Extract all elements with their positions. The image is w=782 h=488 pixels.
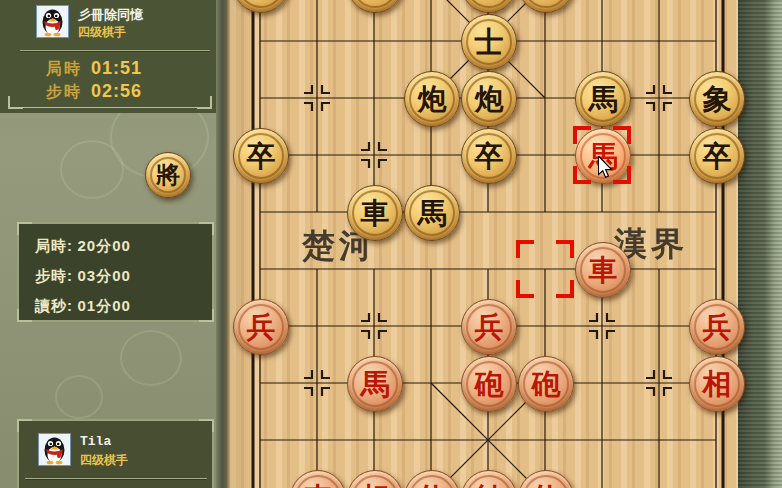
game-time-label: 局時 xyxy=(46,60,82,77)
xiangqi-board[interactable]: 楚河 漢界 車象將士士炮炮馬象卒卒卒車馬馬車兵兵兵馬砲砲相車相仕帥仕 xyxy=(230,0,782,488)
piece-black-卒[interactable]: 卒 xyxy=(689,128,745,184)
piece-red-砲[interactable]: 砲 xyxy=(518,356,574,412)
bottom-player-avatar xyxy=(38,433,71,466)
piece-black-車[interactable]: 車 xyxy=(347,185,403,241)
top-player-panel: 彡冊除同憶 四级棋手 局時01:51 步時02:56 xyxy=(0,0,218,113)
top-player-step-timer: 步時02:56 xyxy=(46,81,142,103)
piece-black-卒[interactable]: 卒 xyxy=(233,128,289,184)
piece-red-車[interactable]: 車 xyxy=(575,242,631,298)
divider xyxy=(20,50,210,51)
piece-black-馬[interactable]: 馬 xyxy=(404,185,460,241)
bottom-player-name: Tila xyxy=(80,434,111,449)
piece-black-象[interactable]: 象 xyxy=(689,71,745,127)
piece-black-馬[interactable]: 馬 xyxy=(575,71,631,127)
piece-red-相[interactable]: 相 xyxy=(689,356,745,412)
rule-value: 03分00 xyxy=(77,267,130,284)
panel-edge xyxy=(8,107,210,108)
piece-red-兵[interactable]: 兵 xyxy=(461,299,517,355)
rule-value: 01分00 xyxy=(77,297,130,314)
bottom-player-rank: 四级棋手 xyxy=(80,452,128,469)
top-player-rank: 四级棋手 xyxy=(78,24,126,41)
rule-step-time: 步時: 03分00 xyxy=(35,264,212,288)
qq-penguin-icon xyxy=(39,434,70,465)
game-time-value: 01:51 xyxy=(91,58,142,78)
step-time-value: 02:56 xyxy=(91,81,142,101)
top-player-avatar xyxy=(36,5,69,38)
divider xyxy=(25,478,207,479)
sidebar-board-seam xyxy=(216,0,230,488)
piece-red-砲[interactable]: 砲 xyxy=(461,356,517,412)
corner-ornament xyxy=(8,96,23,109)
corner-ornament xyxy=(17,309,32,322)
bottom-player-panel: Tila 四级棋手 xyxy=(17,419,214,488)
piece-red-馬[interactable]: 馬 xyxy=(347,356,403,412)
piece-black-炮[interactable]: 炮 xyxy=(461,71,517,127)
piece-red-兵[interactable]: 兵 xyxy=(233,299,289,355)
cloud-decoration xyxy=(60,140,124,199)
last-move-from-marker xyxy=(516,240,574,298)
corner-ornament xyxy=(17,222,32,235)
corner-ornament xyxy=(199,419,214,432)
piece-black-卒[interactable]: 卒 xyxy=(461,128,517,184)
piece-black-炮[interactable]: 炮 xyxy=(404,71,460,127)
sidebar: 彡冊除同憶 四级棋手 局時01:51 步時02:56 將 局時: 20分00 xyxy=(0,0,230,488)
qq-xiangqi-window: 彡冊除同憶 四级棋手 局時01:51 步時02:56 將 局時: 20分00 xyxy=(0,0,782,488)
corner-ornament xyxy=(197,96,212,109)
qq-penguin-icon xyxy=(37,6,68,37)
rule-label: 局時: xyxy=(35,237,73,254)
top-player-game-timer: 局時01:51 xyxy=(46,58,142,80)
rule-label: 讀秒: xyxy=(35,297,73,314)
corner-ornament xyxy=(17,419,32,432)
piece-red-兵[interactable]: 兵 xyxy=(689,299,745,355)
step-time-label: 步時 xyxy=(46,83,82,100)
top-player-name: 彡冊除同憶 xyxy=(78,6,143,24)
rule-byoyomi: 讀秒: 01分00 xyxy=(35,294,212,318)
time-rules-panel: 局時: 20分00 步時: 03分00 讀秒: 01分00 xyxy=(17,222,214,322)
mouse-cursor xyxy=(598,156,614,178)
cloud-decoration xyxy=(55,375,103,419)
rule-game-time: 局時: 20分00 xyxy=(35,234,212,258)
rule-label: 步時: xyxy=(35,267,73,284)
piece-black-士[interactable]: 士 xyxy=(461,14,517,70)
rule-value: 20分00 xyxy=(77,237,130,254)
cloud-decoration xyxy=(120,330,182,386)
board-right-edge-strip xyxy=(738,0,782,488)
side-indicator-piece-black-general: 將 xyxy=(145,152,191,198)
